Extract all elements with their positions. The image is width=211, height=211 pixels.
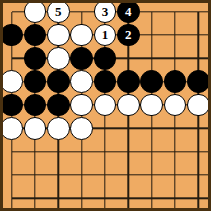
white-stone [140,94,163,117]
board-point [140,23,163,46]
black-stone [94,70,117,93]
move-number: 5 [55,5,62,18]
black-stone [187,70,210,93]
board-point [93,47,116,70]
board-point [70,93,93,116]
board-point [23,70,46,93]
board-point [23,117,46,140]
white-stone [24,0,47,23]
board-point [47,93,70,116]
board-point [117,140,140,163]
board-point [47,70,70,93]
white-stone [187,94,210,117]
board-point [117,93,140,116]
board-point [140,117,163,140]
board-point: 1 [93,23,116,46]
board-point [140,0,163,23]
board-point: 4 [117,0,140,23]
board-point [23,187,46,210]
board-point [70,23,93,46]
white-stone [24,117,47,140]
board-point [0,0,23,23]
black-stone [0,24,23,47]
white-stone [47,47,70,70]
white-stone: 5 [47,0,70,23]
board-point [117,163,140,186]
board-point [93,140,116,163]
board-point [47,47,70,70]
board-point [140,163,163,186]
board-point [187,163,210,186]
board-point [117,70,140,93]
board-point [140,70,163,93]
board-point [187,140,210,163]
white-stone [0,117,23,140]
board-point [70,47,93,70]
black-stone [70,47,93,70]
board-point [187,117,210,140]
board-point [93,93,116,116]
board-point [0,70,23,93]
board-point [140,93,163,116]
board-point [163,117,186,140]
black-stone [24,70,47,93]
board-point [0,93,23,116]
white-stone [70,70,93,93]
board-point [23,23,46,46]
board-point [163,187,186,210]
board-point [163,23,186,46]
board-point [0,163,23,186]
board-point [187,47,210,70]
board-point [117,187,140,210]
black-stone: 4 [117,0,140,23]
board-point [163,140,186,163]
board-point [117,117,140,140]
board-point [0,47,23,70]
black-stone [0,94,23,117]
board-point [93,70,116,93]
move-number: 2 [125,28,132,41]
board-point: 2 [117,23,140,46]
board-point [70,187,93,210]
black-stone [24,47,47,70]
board-point [47,23,70,46]
white-stone: 3 [94,0,117,23]
white-stone [70,117,93,140]
board-point: 3 [93,0,116,23]
board-point [0,187,23,210]
white-stone [70,94,93,117]
white-stone [70,24,93,47]
board-point [47,187,70,210]
black-stone [47,70,70,93]
board-point [70,0,93,23]
board-point [140,140,163,163]
board-point [140,187,163,210]
board-point [187,187,210,210]
board-point [163,70,186,93]
board-point [70,70,93,93]
black-stone [24,24,47,47]
board-point [23,0,46,23]
board-point [163,93,186,116]
white-stone: 1 [94,24,117,47]
white-stone [94,94,117,117]
board-point [163,163,186,186]
board-point [0,23,23,46]
board-point [23,47,46,70]
white-stone [47,24,70,47]
board-point [163,0,186,23]
board-point [0,140,23,163]
board-point [23,163,46,186]
board-point [93,117,116,140]
white-stone [47,117,70,140]
move-number: 4 [125,5,132,18]
move-number: 3 [102,5,109,18]
board-point [70,117,93,140]
black-stone [140,70,163,93]
black-stone [24,94,47,117]
board-point [93,163,116,186]
board-point [70,163,93,186]
black-stone [47,94,70,117]
board-point [47,117,70,140]
board-point [0,117,23,140]
board-point: 5 [47,0,70,23]
black-stone [94,47,117,70]
black-stone: 2 [117,24,140,47]
white-stone [117,94,140,117]
board-point [163,47,186,70]
board-point [23,93,46,116]
board-point [23,140,46,163]
black-stone [164,70,187,93]
go-grid: 53412 [0,0,210,210]
board-point [117,47,140,70]
board-point [187,93,210,116]
board-point [70,140,93,163]
white-stone [0,70,23,93]
board-point [47,163,70,186]
white-stone [164,94,187,117]
move-number: 1 [102,28,109,41]
board-point [187,23,210,46]
board-point [187,70,210,93]
board-point [140,47,163,70]
board-point [47,140,70,163]
black-stone [117,70,140,93]
go-board: 53412 [0,0,211,211]
board-point [93,187,116,210]
board-point [187,0,210,23]
